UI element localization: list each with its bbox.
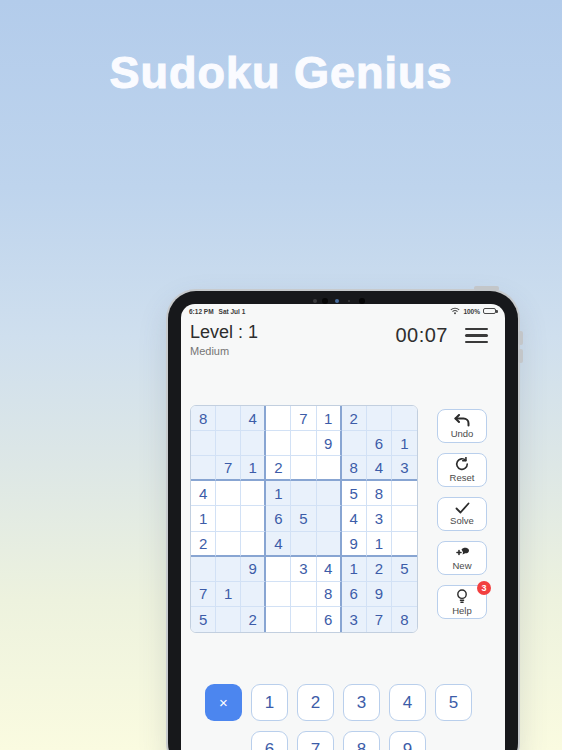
cell-r4c4[interactable]: 1 [266, 481, 291, 506]
cell-r3c8[interactable]: 4 [367, 456, 392, 481]
cell-r4c1[interactable]: 4 [191, 481, 216, 506]
cell-r6c9[interactable] [392, 532, 417, 557]
cell-r6c4[interactable]: 4 [266, 532, 291, 557]
cell-r1c4[interactable] [266, 406, 291, 431]
cell-r8c8[interactable]: 9 [367, 582, 392, 607]
cell-r1c3[interactable]: 4 [241, 406, 266, 431]
menu-button[interactable] [465, 328, 488, 344]
cell-r9c8[interactable]: 7 [367, 607, 392, 632]
help-badge: 3 [477, 581, 491, 595]
cell-r4c8[interactable]: 8 [367, 481, 392, 506]
page-background: { "title": "Sudoku Genius", "game": "sud… [0, 0, 562, 750]
undo-label: Undo [451, 428, 474, 439]
cell-r6c7[interactable]: 9 [342, 532, 367, 557]
numpad-button-9[interactable]: 9 [389, 731, 426, 750]
cell-r5c2[interactable] [216, 506, 241, 531]
numpad-button-4[interactable]: 4 [389, 684, 426, 721]
cell-r6c5[interactable] [291, 532, 316, 557]
cell-r6c2[interactable] [216, 532, 241, 557]
battery-icon [483, 308, 496, 315]
cell-r2c1[interactable] [191, 431, 216, 456]
cell-r5c1[interactable]: 1 [191, 506, 216, 531]
cell-r3c1[interactable] [191, 456, 216, 481]
cell-r4c7[interactable]: 5 [342, 481, 367, 506]
cell-r4c3[interactable] [241, 481, 266, 506]
cell-r9c5[interactable] [291, 607, 316, 632]
status-date: Sat Jul 1 [219, 308, 246, 315]
app-title: Sudoku Genius [0, 47, 562, 99]
cell-r3c3[interactable]: 1 [241, 456, 266, 481]
cell-r5c3[interactable] [241, 506, 266, 531]
cell-r7c7[interactable]: 1 [342, 557, 367, 582]
cell-r8c1[interactable]: 7 [191, 582, 216, 607]
battery-percent: 100% [463, 308, 480, 315]
reset-button[interactable]: Reset [437, 453, 487, 487]
help-button[interactable]: Help 3 [437, 585, 487, 619]
numpad-button-8[interactable]: 8 [343, 731, 380, 750]
numpad-button-7[interactable]: 7 [297, 731, 334, 750]
tablet-frame: 6:12 PMSat Jul 1 100% Level : 1 Medium 0… [168, 291, 518, 750]
camera-lens-icon [335, 299, 339, 303]
cell-r1c2[interactable] [216, 406, 241, 431]
cell-r7c2[interactable] [216, 557, 241, 582]
cell-r7c9[interactable]: 5 [392, 557, 417, 582]
cell-r9c2[interactable] [216, 607, 241, 632]
cell-r6c8[interactable]: 1 [367, 532, 392, 557]
cell-r2c5[interactable] [291, 431, 316, 456]
numpad-button-5[interactable]: 5 [435, 684, 472, 721]
cell-r8c2[interactable]: 1 [216, 582, 241, 607]
cell-r1c7[interactable]: 2 [342, 406, 367, 431]
cell-r9c3[interactable]: 2 [241, 607, 266, 632]
timer: 00:07 [395, 324, 448, 347]
numpad-button-2[interactable]: 2 [297, 684, 334, 721]
app-screen: 6:12 PMSat Jul 1 100% Level : 1 Medium 0… [181, 304, 505, 750]
cell-r4c6[interactable] [317, 481, 342, 506]
cell-r9c6[interactable]: 6 [317, 607, 342, 632]
cell-r1c8[interactable] [367, 406, 392, 431]
cell-r2c2[interactable] [216, 431, 241, 456]
cell-r1c9[interactable] [392, 406, 417, 431]
cell-r2c9[interactable]: 1 [392, 431, 417, 456]
cell-r8c3[interactable] [241, 582, 266, 607]
numpad: × 123456789 [205, 684, 472, 750]
power-button [474, 286, 499, 291]
cell-r2c3[interactable] [241, 431, 266, 456]
reset-circular-arrow-icon [455, 457, 469, 471]
cell-r4c5[interactable] [291, 481, 316, 506]
status-bar: 6:12 PMSat Jul 1 100% [189, 307, 496, 315]
undo-button[interactable]: Undo [437, 409, 487, 443]
cell-r3c2[interactable]: 7 [216, 456, 241, 481]
cell-r5c7[interactable]: 4 [342, 506, 367, 531]
cell-r9c9[interactable]: 8 [392, 607, 417, 632]
status-time: 6:12 PM [189, 308, 214, 315]
cell-r6c3[interactable] [241, 532, 266, 557]
cell-r3c6[interactable] [317, 456, 342, 481]
solve-button[interactable]: Solve [437, 497, 487, 531]
cell-r7c4[interactable] [266, 557, 291, 582]
erase-button[interactable]: × [205, 684, 242, 721]
cell-r2c8[interactable]: 6 [367, 431, 392, 456]
new-game-icon [454, 546, 470, 559]
cell-r3c9[interactable]: 3 [392, 456, 417, 481]
cell-r1c5[interactable]: 7 [291, 406, 316, 431]
cell-r8c5[interactable] [291, 582, 316, 607]
cell-r5c5[interactable]: 5 [291, 506, 316, 531]
cell-r8c9[interactable] [392, 582, 417, 607]
cell-r5c9[interactable] [392, 506, 417, 531]
numpad-button-6[interactable]: 6 [251, 731, 288, 750]
numpad-button-1[interactable]: 1 [251, 684, 288, 721]
volume-up-button [518, 331, 523, 345]
cell-r9c4[interactable] [266, 607, 291, 632]
cell-r7c1[interactable] [191, 557, 216, 582]
cell-r7c5[interactable]: 3 [291, 557, 316, 582]
difficulty-label: Medium [190, 345, 229, 357]
help-label: Help [452, 605, 472, 616]
wifi-icon [450, 307, 460, 315]
control-panel: Undo Reset Solve New [437, 409, 487, 619]
cell-r9c1[interactable]: 5 [191, 607, 216, 632]
cell-r1c6[interactable]: 1 [317, 406, 342, 431]
cell-r5c4[interactable]: 6 [266, 506, 291, 531]
cell-r3c5[interactable] [291, 456, 316, 481]
sensor-dot-icon [313, 299, 317, 303]
cell-r4c2[interactable] [216, 481, 241, 506]
cell-r3c4[interactable]: 2 [266, 456, 291, 481]
cell-r6c6[interactable] [317, 532, 342, 557]
cell-r8c4[interactable] [266, 582, 291, 607]
level-label: Level : 1 [190, 322, 258, 343]
cell-r5c6[interactable] [317, 506, 342, 531]
new-label: New [452, 560, 471, 571]
solve-label: Solve [450, 515, 474, 526]
cell-r3c7[interactable]: 8 [342, 456, 367, 481]
numpad-button-3[interactable]: 3 [343, 684, 380, 721]
cell-r1c1[interactable]: 8 [191, 406, 216, 431]
cell-r7c6[interactable]: 4 [317, 557, 342, 582]
cell-r8c7[interactable]: 6 [342, 582, 367, 607]
undo-arrow-icon [454, 414, 470, 427]
cell-r6c1[interactable]: 2 [191, 532, 216, 557]
cell-r2c6[interactable]: 9 [317, 431, 342, 456]
volume-down-button [518, 349, 523, 363]
cell-r5c8[interactable]: 3 [367, 506, 392, 531]
cell-r2c4[interactable] [266, 431, 291, 456]
cell-r7c8[interactable]: 2 [367, 557, 392, 582]
cell-r8c6[interactable]: 8 [317, 582, 342, 607]
cell-r9c7[interactable]: 3 [342, 607, 367, 632]
lightbulb-icon [456, 589, 468, 604]
cell-r7c3[interactable]: 9 [241, 557, 266, 582]
cell-r2c7[interactable] [342, 431, 367, 456]
sudoku-grid: 8471296171284341581654324919341257186952… [190, 405, 418, 633]
new-game-button[interactable]: New [437, 541, 487, 575]
checkmark-icon [455, 502, 470, 514]
reset-label: Reset [450, 472, 475, 483]
cell-r4c9[interactable] [392, 481, 417, 506]
sensor-dot-icon [348, 300, 350, 302]
